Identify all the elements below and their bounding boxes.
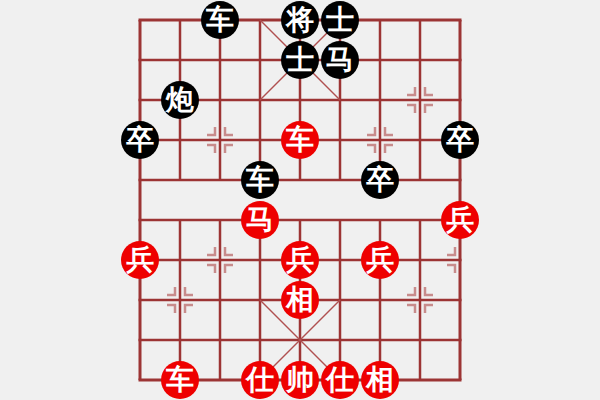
piece-black-cannon[interactable]: 炮 [161,81,199,119]
piece-red-chariot[interactable]: 车 [281,121,319,159]
piece-black-advisor[interactable]: 士 [281,41,319,79]
piece-black-general[interactable]: 将 [281,1,319,39]
piece-black-soldier[interactable]: 卒 [441,121,479,159]
piece-red-soldier[interactable]: 兵 [121,241,159,279]
piece-red-chariot[interactable]: 车 [161,361,199,399]
piece-red-soldier[interactable]: 兵 [441,201,479,239]
piece-red-elephant[interactable]: 相 [281,281,319,319]
piece-red-general[interactable]: 帅 [281,361,319,399]
piece-red-soldier[interactable]: 兵 [281,241,319,279]
piece-red-horse[interactable]: 马 [241,201,279,239]
piece-black-advisor[interactable]: 士 [321,1,359,39]
piece-red-elephant[interactable]: 相 [361,361,399,399]
piece-black-chariot[interactable]: 车 [201,1,239,39]
piece-red-advisor[interactable]: 仕 [321,361,359,399]
piece-black-soldier[interactable]: 卒 [361,161,399,199]
piece-black-chariot[interactable]: 车 [241,161,279,199]
pieces-layer: 车将士士马炮卒卒车卒车马兵兵兵兵相车仕帅仕相 [0,0,600,400]
piece-black-horse[interactable]: 马 [321,41,359,79]
piece-red-soldier[interactable]: 兵 [361,241,399,279]
piece-black-soldier[interactable]: 卒 [121,121,159,159]
piece-red-advisor[interactable]: 仕 [241,361,279,399]
xiangqi-app-canvas: 车将士士马炮卒卒车卒车马兵兵兵兵相车仕帅仕相 [0,0,600,400]
